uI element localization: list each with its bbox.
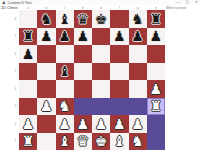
square-d2[interactable]: ♟ bbox=[74, 115, 92, 133]
square-b7[interactable]: ♟ bbox=[37, 28, 55, 46]
square-f1[interactable]: ♝ bbox=[110, 133, 128, 151]
square-e1[interactable]: ♚ bbox=[92, 133, 110, 151]
square-h2[interactable] bbox=[147, 115, 165, 133]
square-g5[interactable] bbox=[129, 63, 147, 81]
square-d1[interactable]: ♛ bbox=[74, 133, 92, 151]
square-b3[interactable]: ♟ bbox=[37, 98, 55, 116]
square-c4[interactable] bbox=[56, 80, 74, 98]
square-f7[interactable]: ♟ bbox=[110, 28, 128, 46]
square-e6[interactable] bbox=[92, 45, 110, 63]
square-a4[interactable] bbox=[19, 80, 37, 98]
square-d4[interactable] bbox=[74, 80, 92, 98]
piece-white-bishop[interactable]: ♝ bbox=[58, 134, 71, 148]
square-b6[interactable] bbox=[37, 45, 55, 63]
square-c5[interactable]: ♝ bbox=[56, 63, 74, 81]
rank-label-2: 2 bbox=[13, 122, 18, 126]
square-h3[interactable]: ♜ bbox=[147, 98, 165, 116]
piece-white-pawn[interactable]: ♟ bbox=[40, 99, 53, 113]
square-g2[interactable]: ♟ bbox=[129, 115, 147, 133]
piece-white-king[interactable]: ♚ bbox=[95, 134, 108, 148]
piece-white-pawn[interactable]: ♟ bbox=[58, 116, 71, 130]
piece-black-pawn[interactable]: ♟ bbox=[22, 46, 35, 60]
rank-label-6: 6 bbox=[13, 52, 18, 56]
rank-label-5: 5 bbox=[13, 69, 18, 73]
turn-status: White to move bbox=[166, 6, 186, 10]
square-d3[interactable] bbox=[74, 98, 92, 116]
piece-white-queen[interactable]: ♛ bbox=[77, 134, 90, 148]
piece-black-pawn[interactable]: ♟ bbox=[40, 29, 53, 43]
piece-white-pawn[interactable]: ♟ bbox=[77, 116, 90, 130]
rank-label-8: 8 bbox=[13, 17, 18, 21]
square-e2[interactable]: ♟ bbox=[92, 115, 110, 133]
piece-white-bishop[interactable]: ♝ bbox=[113, 134, 126, 148]
window-title: Custom UI Test bbox=[8, 1, 32, 5]
piece-white-pawn[interactable]: ♟ bbox=[22, 116, 35, 130]
square-d5[interactable] bbox=[74, 63, 92, 81]
piece-black-king[interactable]: ♚ bbox=[95, 11, 108, 25]
square-g3[interactable] bbox=[129, 98, 147, 116]
square-a1[interactable]: ♜ bbox=[19, 133, 37, 151]
square-g4[interactable] bbox=[129, 80, 147, 98]
square-h7[interactable]: ♟ bbox=[147, 28, 165, 46]
piece-black-queen[interactable]: ♛ bbox=[77, 11, 90, 25]
piece-black-rook[interactable]: ♜ bbox=[150, 11, 163, 25]
square-b2[interactable] bbox=[37, 115, 55, 133]
square-g6[interactable] bbox=[129, 45, 147, 63]
piece-black-pawn[interactable]: ♟ bbox=[150, 29, 163, 43]
piece-white-pawn[interactable]: ♟ bbox=[95, 116, 108, 130]
rank-label-4: 4 bbox=[13, 87, 18, 91]
piece-white-knight[interactable]: ♞ bbox=[131, 134, 144, 148]
square-b5[interactable] bbox=[37, 63, 55, 81]
square-f2[interactable]: ♟ bbox=[110, 115, 128, 133]
square-f6[interactable] bbox=[110, 45, 128, 63]
piece-white-pawn[interactable]: ♟ bbox=[131, 116, 144, 130]
square-a2[interactable]: ♟ bbox=[19, 115, 37, 133]
piece-black-knight[interactable]: ♞ bbox=[40, 11, 53, 25]
piece-black-pawn[interactable]: ♟ bbox=[58, 29, 71, 43]
square-d6[interactable] bbox=[74, 45, 92, 63]
square-b4[interactable] bbox=[37, 80, 55, 98]
square-c2[interactable]: ♟ bbox=[56, 115, 74, 133]
piece-black-rook[interactable]: ♜ bbox=[22, 29, 35, 43]
square-h8[interactable]: ♜ bbox=[147, 10, 165, 28]
app-icon: ♟ bbox=[2, 1, 6, 5]
piece-white-knight[interactable]: ♞ bbox=[58, 99, 71, 113]
square-b1[interactable] bbox=[37, 133, 55, 151]
rank-label-7: 7 bbox=[13, 34, 18, 38]
square-a3[interactable] bbox=[19, 98, 37, 116]
square-g7[interactable]: ♟ bbox=[129, 28, 147, 46]
square-c1[interactable]: ♝ bbox=[56, 133, 74, 151]
chess-board: ♞♝♛♚♞♜♜♟♟♟♟♟♟♟♝♟♟♞♜♟♟♟♟♟♟♜♝♛♚♝♞ bbox=[19, 10, 165, 150]
square-h1[interactable] bbox=[147, 133, 165, 151]
square-e7[interactable] bbox=[92, 28, 110, 46]
app-label: 2D Chess bbox=[1, 6, 18, 10]
square-a8[interactable] bbox=[19, 10, 37, 28]
piece-black-pawn[interactable]: ♟ bbox=[131, 29, 144, 43]
square-a6[interactable]: ♟ bbox=[19, 45, 37, 63]
square-e4[interactable] bbox=[92, 80, 110, 98]
piece-black-knight[interactable]: ♞ bbox=[131, 11, 144, 25]
square-f4[interactable] bbox=[110, 80, 128, 98]
square-h4[interactable]: ♟ bbox=[147, 80, 165, 98]
square-d8[interactable]: ♛ bbox=[74, 10, 92, 28]
square-c3[interactable]: ♞ bbox=[56, 98, 74, 116]
square-c7[interactable]: ♟ bbox=[56, 28, 74, 46]
piece-black-pawn[interactable]: ♟ bbox=[113, 29, 126, 43]
piece-white-pawn[interactable]: ♟ bbox=[113, 116, 126, 130]
piece-white-rook[interactable]: ♜ bbox=[22, 134, 35, 148]
square-g1[interactable]: ♞ bbox=[129, 133, 147, 151]
square-c6[interactable] bbox=[56, 45, 74, 63]
square-c8[interactable]: ♝ bbox=[56, 10, 74, 28]
square-h5[interactable] bbox=[147, 63, 165, 81]
piece-black-pawn[interactable]: ♟ bbox=[77, 29, 90, 43]
square-e3[interactable] bbox=[92, 98, 110, 116]
square-f3[interactable] bbox=[110, 98, 128, 116]
piece-black-bishop[interactable]: ♝ bbox=[58, 11, 71, 25]
square-e5[interactable] bbox=[92, 63, 110, 81]
piece-black-bishop[interactable]: ♝ bbox=[58, 64, 71, 78]
square-f8[interactable] bbox=[110, 10, 128, 28]
square-g8[interactable]: ♞ bbox=[129, 10, 147, 28]
square-h6[interactable] bbox=[147, 45, 165, 63]
square-a7[interactable]: ♜ bbox=[19, 28, 37, 46]
piece-white-rook[interactable]: ♜ bbox=[150, 99, 163, 113]
square-d7[interactable]: ♟ bbox=[74, 28, 92, 46]
square-e8[interactable]: ♚ bbox=[92, 10, 110, 28]
rank-label-1: 1 bbox=[13, 139, 18, 143]
rank-label-3: 3 bbox=[13, 104, 18, 108]
square-b8[interactable]: ♞ bbox=[37, 10, 55, 28]
piece-white-pawn[interactable]: ♟ bbox=[150, 81, 163, 95]
square-f5[interactable] bbox=[110, 63, 128, 81]
square-a5[interactable] bbox=[19, 63, 37, 81]
